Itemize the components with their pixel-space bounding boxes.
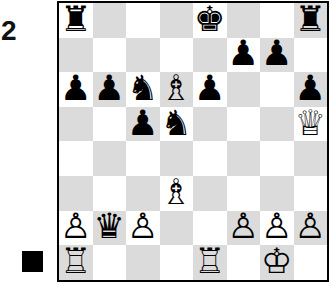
piece-white-pawn: ♙ xyxy=(127,209,158,244)
square-g3 xyxy=(260,176,294,211)
piece-black-king: ♚ xyxy=(194,2,225,37)
square-f3 xyxy=(227,176,261,211)
piece-black-pawn: ♟ xyxy=(194,71,225,106)
square-f1 xyxy=(227,245,261,280)
square-a7 xyxy=(59,38,93,73)
square-g7: ♟ xyxy=(260,38,294,73)
square-f4 xyxy=(227,141,261,176)
square-g2: ♙ xyxy=(260,211,294,246)
square-b3 xyxy=(93,176,127,211)
square-d3: ♗ xyxy=(160,176,194,211)
square-a2: ♙ xyxy=(59,211,93,246)
piece-white-pawn: ♙ xyxy=(295,209,326,244)
piece-white-king: ♔ xyxy=(261,244,292,279)
piece-white-rook: ♖ xyxy=(60,244,91,279)
square-c4 xyxy=(126,141,160,176)
square-e7 xyxy=(193,38,227,73)
square-d1 xyxy=(160,245,194,280)
square-a5 xyxy=(59,107,93,142)
piece-black-pawn: ♟ xyxy=(60,71,91,106)
square-e6: ♟ xyxy=(193,72,227,107)
piece-black-rook: ♜ xyxy=(60,2,91,37)
square-e8: ♚ xyxy=(193,3,227,38)
square-c6: ♞ xyxy=(126,72,160,107)
square-b1 xyxy=(93,245,127,280)
square-e3 xyxy=(193,176,227,211)
square-b8 xyxy=(93,3,127,38)
chess-diagram-page: 2 ♜♚♜♟♟♟♟♞♗♟♟♟♞♕♗♙♛♙♙♙♙♖♖♔ xyxy=(0,0,331,285)
square-h4 xyxy=(294,141,328,176)
square-g5 xyxy=(260,107,294,142)
square-e5 xyxy=(193,107,227,142)
square-d4 xyxy=(160,141,194,176)
square-c5: ♟ xyxy=(126,107,160,142)
square-c2: ♙ xyxy=(126,211,160,246)
piece-black-knight: ♞ xyxy=(161,106,192,141)
square-b5 xyxy=(93,107,127,142)
square-c1 xyxy=(126,245,160,280)
square-a6: ♟ xyxy=(59,72,93,107)
piece-white-pawn: ♙ xyxy=(60,209,91,244)
piece-black-pawn: ♟ xyxy=(295,71,326,106)
piece-white-bishop: ♗ xyxy=(161,71,192,106)
square-a1: ♖ xyxy=(59,245,93,280)
square-e1: ♖ xyxy=(193,245,227,280)
square-f6 xyxy=(227,72,261,107)
piece-white-bishop: ♗ xyxy=(161,175,192,210)
square-e4 xyxy=(193,141,227,176)
square-d2 xyxy=(160,211,194,246)
piece-black-pawn: ♟ xyxy=(228,36,259,71)
square-h8: ♜ xyxy=(294,3,328,38)
piece-black-pawn: ♟ xyxy=(127,106,158,141)
square-a3 xyxy=(59,176,93,211)
piece-white-pawn: ♙ xyxy=(228,209,259,244)
square-d8 xyxy=(160,3,194,38)
square-f8 xyxy=(227,3,261,38)
piece-black-pawn: ♟ xyxy=(94,71,125,106)
square-f2: ♙ xyxy=(227,211,261,246)
square-h7 xyxy=(294,38,328,73)
piece-white-queen: ♕ xyxy=(295,106,326,141)
black-to-move-indicator xyxy=(22,251,43,272)
square-b6: ♟ xyxy=(93,72,127,107)
square-h3 xyxy=(294,176,328,211)
square-d5: ♞ xyxy=(160,107,194,142)
square-g1: ♔ xyxy=(260,245,294,280)
piece-black-knight: ♞ xyxy=(127,71,158,106)
square-c8 xyxy=(126,3,160,38)
piece-black-queen: ♛ xyxy=(94,209,125,244)
square-h5: ♕ xyxy=(294,107,328,142)
square-c7 xyxy=(126,38,160,73)
piece-black-rook: ♜ xyxy=(295,2,326,37)
square-h1 xyxy=(294,245,328,280)
diagram-number: 2 xyxy=(1,17,17,45)
square-g4 xyxy=(260,141,294,176)
square-e2 xyxy=(193,211,227,246)
square-d7 xyxy=(160,38,194,73)
square-d6: ♗ xyxy=(160,72,194,107)
chess-board: ♜♚♜♟♟♟♟♞♗♟♟♟♞♕♗♙♛♙♙♙♙♖♖♔ xyxy=(57,1,329,282)
square-g8 xyxy=(260,3,294,38)
square-b2: ♛ xyxy=(93,211,127,246)
square-h2: ♙ xyxy=(294,211,328,246)
piece-white-pawn: ♙ xyxy=(261,209,292,244)
piece-black-pawn: ♟ xyxy=(261,36,292,71)
piece-white-rook: ♖ xyxy=(194,244,225,279)
square-a8: ♜ xyxy=(59,3,93,38)
square-f5 xyxy=(227,107,261,142)
square-f7: ♟ xyxy=(227,38,261,73)
square-b4 xyxy=(93,141,127,176)
square-g6 xyxy=(260,72,294,107)
square-c3 xyxy=(126,176,160,211)
square-a4 xyxy=(59,141,93,176)
square-b7 xyxy=(93,38,127,73)
square-h6: ♟ xyxy=(294,72,328,107)
